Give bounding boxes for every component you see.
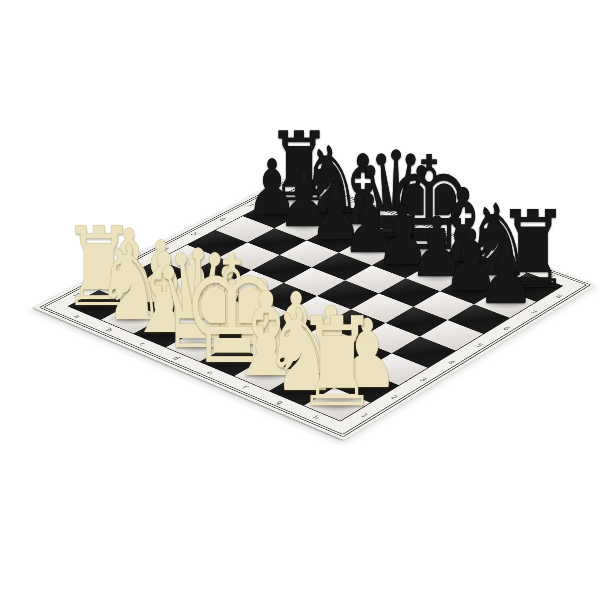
rank-label-6-left: 6 (217, 218, 226, 222)
rank-label-4-right: 4 (446, 360, 455, 365)
file-label-b-bottom: b (104, 328, 113, 333)
rank-label-8-left: 8 (272, 190, 280, 194)
file-label-d-top: d (411, 224, 420, 228)
file-label-f-top: f (479, 249, 486, 253)
board-squares (67, 188, 563, 422)
chessboard: aa88bb77cc66dd55ee44ff33gg22hh11 (33, 174, 597, 440)
file-label-c-bottom: c (137, 342, 146, 346)
file-label-a-bottom: a (72, 314, 81, 318)
rank-label-1-left: 1 (71, 293, 80, 297)
file-label-e-bottom: e (205, 371, 214, 376)
file-label-f-bottom: f (240, 386, 248, 390)
rank-label-7-right: 7 (528, 310, 537, 315)
file-label-b-top: b (346, 200, 354, 204)
file-label-h-bottom: h (310, 415, 320, 420)
rank-label-2-right: 2 (389, 395, 399, 400)
rank-label-7-left: 7 (245, 204, 254, 208)
rank-label-1-right: 1 (359, 413, 369, 418)
rank-label-5-right: 5 (474, 343, 483, 348)
file-label-d-bottom: d (170, 356, 180, 361)
rank-label-3-left: 3 (131, 262, 140, 266)
rank-label-5-left: 5 (189, 232, 198, 236)
file-label-h-top: h (547, 274, 556, 278)
rank-label-8-right: 8 (554, 295, 563, 299)
file-label-c-top: c (378, 212, 386, 216)
file-label-a-top: a (314, 188, 322, 192)
rank-label-2-left: 2 (101, 277, 110, 281)
file-label-g-bottom: g (275, 400, 285, 405)
rank-label-4-left: 4 (161, 247, 170, 251)
file-label-g-top: g (512, 261, 521, 265)
chess-set-photo: aa88bb77cc66dd55ee44ff33gg22hh11 ♜♞♝♛♚♝♞… (0, 0, 600, 600)
file-label-e-top: e (444, 236, 452, 240)
rank-label-3-right: 3 (418, 378, 427, 383)
rank-label-6-right: 6 (501, 327, 510, 332)
